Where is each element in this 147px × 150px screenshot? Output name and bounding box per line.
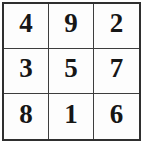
- cell-r1c2: 9: [49, 4, 94, 49]
- cell-r2c2: 5: [49, 49, 94, 94]
- cell-r1c1: 4: [4, 4, 49, 49]
- cell-r3c2: 1: [49, 94, 94, 139]
- cell-r2c3: 7: [94, 49, 139, 94]
- cell-r3c3: 6: [94, 94, 139, 139]
- cell-r2c1: 3: [4, 49, 49, 94]
- magic-square-board: 4 9 2 3 5 7 8 1 6: [2, 2, 141, 141]
- cell-r1c3: 2: [94, 4, 139, 49]
- cell-r3c1: 8: [4, 94, 49, 139]
